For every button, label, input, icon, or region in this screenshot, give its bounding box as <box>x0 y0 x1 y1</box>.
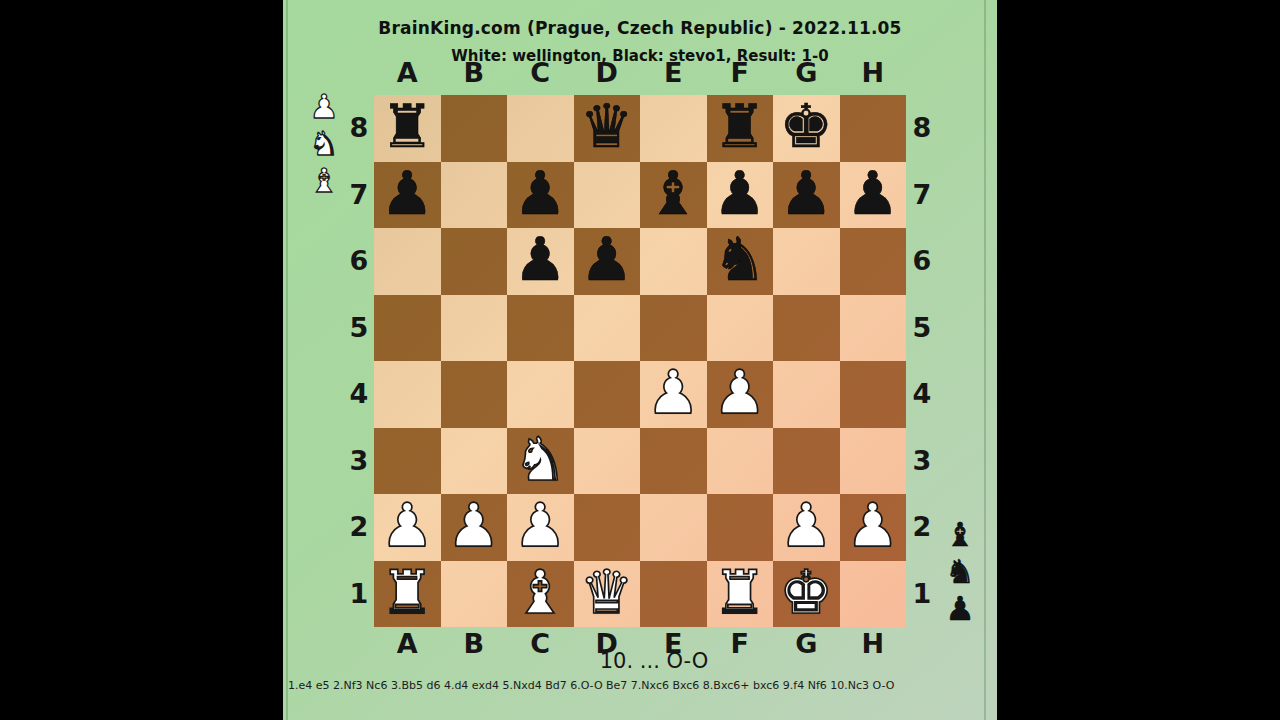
square-b7[interactable] <box>441 162 508 229</box>
rank-labels-right: 87654321 <box>902 95 942 627</box>
square-e8[interactable] <box>640 95 707 162</box>
captured-black-bishop: ♝ <box>945 516 975 553</box>
square-g6[interactable] <box>773 228 840 295</box>
square-b5[interactable] <box>441 295 508 362</box>
captured-black-knight: ♞ <box>945 553 975 590</box>
rank-label-5: 5 <box>902 295 942 362</box>
file-label-d: D <box>574 58 641 88</box>
square-b8[interactable] <box>441 95 508 162</box>
rank-label-2: 2 <box>339 494 379 561</box>
file-label-h: H <box>840 58 907 88</box>
rank-label-8: 8 <box>339 95 379 162</box>
square-f2[interactable] <box>707 494 774 561</box>
square-b1[interactable] <box>441 561 508 628</box>
rank-label-7: 7 <box>339 162 379 229</box>
square-a8[interactable] <box>374 95 441 162</box>
square-c3[interactable] <box>507 428 574 495</box>
page-title: BrainKing.com (Prague, Czech Republic) -… <box>283 18 997 38</box>
square-d7[interactable] <box>574 162 641 229</box>
square-a3[interactable] <box>374 428 441 495</box>
square-b2[interactable] <box>441 494 508 561</box>
game-panel: BrainKing.com (Prague, Czech Republic) -… <box>283 0 997 720</box>
square-h5[interactable] <box>840 295 907 362</box>
square-e1[interactable] <box>640 561 707 628</box>
square-e2[interactable] <box>640 494 707 561</box>
square-c6[interactable] <box>507 228 574 295</box>
file-label-g: G <box>773 58 840 88</box>
square-d3[interactable] <box>574 428 641 495</box>
rank-label-1: 1 <box>902 561 942 628</box>
panel-edge-line <box>286 0 288 720</box>
captured-black-pieces-tray: ♝♞♟ <box>940 516 980 627</box>
rank-label-4: 4 <box>339 361 379 428</box>
square-h7[interactable] <box>840 162 907 229</box>
square-c8[interactable] <box>507 95 574 162</box>
square-f4[interactable] <box>707 361 774 428</box>
rank-label-5: 5 <box>339 295 379 362</box>
square-e4[interactable] <box>640 361 707 428</box>
square-f3[interactable] <box>707 428 774 495</box>
square-h1[interactable] <box>840 561 907 628</box>
square-h6[interactable] <box>840 228 907 295</box>
square-f8[interactable] <box>707 95 774 162</box>
chess-board: ♜♛♜♚♟♟♝♟♟♟♟♟♞♟♟♞♟♟♟♟♟♜♝♛♜♚ <box>374 95 906 627</box>
square-g7[interactable] <box>773 162 840 229</box>
rank-label-1: 1 <box>339 561 379 628</box>
captured-white-pawn: ♟ <box>309 88 339 125</box>
file-label-a: A <box>374 58 441 88</box>
square-b4[interactable] <box>441 361 508 428</box>
rank-label-6: 6 <box>902 228 942 295</box>
rank-label-7: 7 <box>902 162 942 229</box>
file-label-b: B <box>441 58 508 88</box>
square-c1[interactable] <box>507 561 574 628</box>
square-d4[interactable] <box>574 361 641 428</box>
square-f5[interactable] <box>707 295 774 362</box>
square-g2[interactable] <box>773 494 840 561</box>
square-c5[interactable] <box>507 295 574 362</box>
file-labels-top: ABCDEFGH <box>374 58 906 88</box>
square-h3[interactable] <box>840 428 907 495</box>
square-a6[interactable] <box>374 228 441 295</box>
square-a7[interactable] <box>374 162 441 229</box>
rank-label-2: 2 <box>902 494 942 561</box>
square-a1[interactable] <box>374 561 441 628</box>
square-h2[interactable] <box>840 494 907 561</box>
square-a4[interactable] <box>374 361 441 428</box>
square-g4[interactable] <box>773 361 840 428</box>
rank-label-3: 3 <box>339 428 379 495</box>
file-label-c: C <box>507 58 574 88</box>
rank-label-8: 8 <box>902 95 942 162</box>
square-d2[interactable] <box>574 494 641 561</box>
square-c4[interactable] <box>507 361 574 428</box>
square-d5[interactable] <box>574 295 641 362</box>
square-e7[interactable] <box>640 162 707 229</box>
square-h8[interactable] <box>840 95 907 162</box>
rank-label-3: 3 <box>902 428 942 495</box>
square-d8[interactable] <box>574 95 641 162</box>
square-e6[interactable] <box>640 228 707 295</box>
square-g8[interactable] <box>773 95 840 162</box>
square-f6[interactable] <box>707 228 774 295</box>
captured-white-knight: ♞ <box>309 125 339 162</box>
square-c2[interactable] <box>507 494 574 561</box>
captured-white-bishop: ♝ <box>309 162 339 199</box>
square-b3[interactable] <box>441 428 508 495</box>
square-a2[interactable] <box>374 494 441 561</box>
file-label-e: E <box>640 58 707 88</box>
square-a5[interactable] <box>374 295 441 362</box>
move-list: 1.e4 e5 2.Nf3 Nc6 3.Bb5 d6 4.d4 exd4 5.N… <box>288 679 994 692</box>
square-g3[interactable] <box>773 428 840 495</box>
square-g1[interactable] <box>773 561 840 628</box>
rank-labels-left: 87654321 <box>339 95 379 627</box>
captured-black-pawn: ♟ <box>945 590 975 627</box>
square-e3[interactable] <box>640 428 707 495</box>
board-squares <box>374 95 906 627</box>
square-d1[interactable] <box>574 561 641 628</box>
file-label-f: F <box>707 58 774 88</box>
square-f1[interactable] <box>707 561 774 628</box>
panel-edge-line <box>984 0 986 720</box>
square-d6[interactable] <box>574 228 641 295</box>
captured-white-pieces-tray: ♟♞♝ <box>304 88 344 199</box>
square-c7[interactable] <box>507 162 574 229</box>
square-f7[interactable] <box>707 162 774 229</box>
square-g5[interactable] <box>773 295 840 362</box>
square-b6[interactable] <box>441 228 508 295</box>
square-e5[interactable] <box>640 295 707 362</box>
rank-label-6: 6 <box>339 228 379 295</box>
video-frame: BrainKing.com (Prague, Czech Republic) -… <box>0 0 1280 720</box>
last-move-caption: 10. ... O-O <box>374 649 906 673</box>
rank-label-4: 4 <box>902 361 942 428</box>
square-h4[interactable] <box>840 361 907 428</box>
